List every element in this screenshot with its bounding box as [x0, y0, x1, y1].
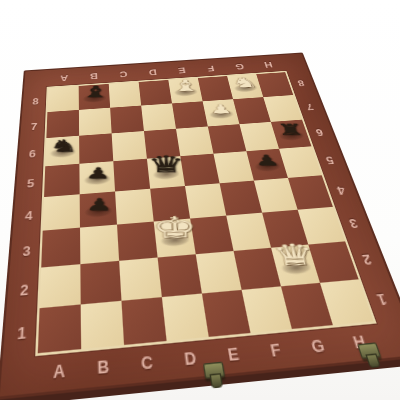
latch-right	[357, 342, 381, 359]
square-b1	[81, 301, 124, 349]
rank-label-right-3: 3	[347, 215, 360, 230]
file-label-bottom-g: G	[309, 335, 327, 356]
rank-label-left-8: 8	[32, 95, 39, 106]
square-a5	[44, 164, 80, 197]
file-label-top-g: G	[234, 61, 245, 71]
file-label-top-a: A	[60, 73, 68, 83]
square-c3	[117, 222, 158, 261]
square-a8	[47, 86, 78, 112]
black-pawn-icon: ♟	[253, 153, 280, 168]
square-d3	[154, 219, 196, 258]
black-rook-icon: ♜	[275, 122, 305, 137]
rank-label-left-5: 5	[27, 176, 35, 190]
square-c6	[112, 131, 147, 161]
piece-white-pawn-f7: ♟	[203, 99, 240, 126]
file-label-top-e: E	[177, 65, 186, 75]
square-d1	[162, 293, 209, 340]
square-a7	[46, 110, 79, 138]
piece-black-rook-h6: ♜	[271, 120, 312, 149]
file-label-bottom-f: F	[268, 339, 282, 360]
black-queen-icon: ♛	[147, 153, 185, 176]
rank-label-left-1: 1	[17, 322, 27, 342]
white-pawn-icon: ♟	[209, 103, 233, 116]
square-c7	[110, 106, 144, 134]
square-d8	[139, 80, 172, 106]
square-c8	[109, 82, 141, 108]
square-a2	[40, 264, 81, 308]
square-a1	[38, 304, 81, 353]
rank-label-right-6: 6	[314, 126, 325, 138]
square-e7	[172, 101, 208, 128]
square-c1	[121, 297, 166, 345]
rank-label-left-4: 4	[24, 207, 32, 222]
file-label-bottom-c: C	[140, 351, 153, 373]
file-label-bottom-a: A	[53, 359, 65, 381]
latch-clasp	[365, 353, 381, 368]
square-h7	[263, 95, 302, 122]
perspective-wrapper: AABBCCDDEEFFGGHH1122334455667788 ♝♝♞♟♞♜♟…	[15, 16, 351, 352]
file-label-bottom-d: D	[183, 347, 197, 369]
square-b7	[79, 108, 112, 136]
rank-label-left-2: 2	[20, 280, 29, 298]
latch-center	[203, 362, 225, 379]
white-knight-icon: ♞	[230, 75, 258, 89]
file-label-top-b: B	[89, 71, 97, 81]
piece-black-bishop-b8: ♝	[79, 84, 110, 110]
rank-label-left-3: 3	[22, 242, 31, 259]
square-d7	[141, 103, 176, 131]
chess-board: AABBCCDDEEFFGGHH1122334455667788 ♝♝♞♟♞♜♟…	[0, 52, 400, 399]
coordinate-labels: AABBCCDDEEFFGGHH1122334455667788	[25, 54, 301, 72]
rank-label-left-7: 7	[30, 120, 37, 132]
square-b3	[80, 225, 119, 265]
pieces-layer: ♝♝♞♟♞♜♟♛♟♟♚♛	[25, 54, 301, 72]
rank-label-right-4: 4	[335, 183, 347, 197]
square-d2	[158, 254, 202, 297]
white-bishop-icon: ♝	[171, 78, 201, 93]
rank-label-right-5: 5	[324, 153, 335, 166]
square-c4	[115, 189, 154, 225]
rank-label-left-6: 6	[29, 147, 37, 160]
square-a4	[43, 194, 80, 230]
square-c5	[113, 159, 150, 192]
piece-white-bishop-e8: ♝	[168, 78, 202, 103]
square-a3	[41, 228, 80, 268]
file-label-top-f: F	[206, 63, 215, 73]
file-label-top-d: D	[148, 67, 157, 77]
file-label-bottom-e: E	[226, 343, 240, 364]
latch-clasp	[210, 373, 224, 389]
square-b6	[79, 133, 113, 163]
piece-black-queen-d5: ♛	[147, 156, 185, 189]
square-b2	[80, 261, 121, 305]
rank-label-right-2: 2	[360, 250, 374, 267]
rank-label-right-7: 7	[305, 101, 315, 112]
rank-label-right-1: 1	[374, 289, 389, 308]
square-e5	[180, 154, 219, 186]
black-pawn-icon: ♟	[85, 166, 111, 181]
file-label-bottom-b: B	[97, 355, 109, 377]
square-c2	[119, 258, 162, 301]
file-label-top-c: C	[119, 69, 128, 79]
black-bishop-icon: ♝	[80, 84, 110, 100]
piece-black-knight-a6: ♞	[45, 136, 79, 167]
black-knight-icon: ♞	[48, 137, 79, 154]
piece-black-pawn-g5: ♟	[246, 149, 288, 181]
product-photo-scene: AABBCCDDEEFFGGHH1122334455667788 ♝♝♞♟♞♜♟…	[0, 0, 400, 400]
rank-label-right-8: 8	[296, 78, 306, 88]
file-label-top-h: H	[263, 60, 274, 70]
